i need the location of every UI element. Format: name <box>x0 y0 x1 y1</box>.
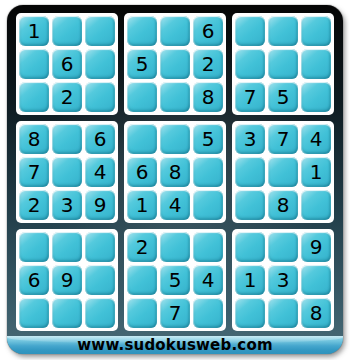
cell-r4c5[interactable] <box>160 124 190 154</box>
cell-r4c4[interactable] <box>127 124 157 154</box>
cell-r3c9[interactable] <box>301 82 331 112</box>
sudoku-box-3-3: 9138 <box>232 229 334 331</box>
cell-r1c1: 1 <box>19 16 49 46</box>
cell-r7c5[interactable] <box>160 232 190 262</box>
cell-r1c3[interactable] <box>85 16 115 46</box>
sudoku-box-1-3: 75 <box>232 13 334 115</box>
cell-r9c7[interactable] <box>235 298 265 328</box>
cell-r5c5: 8 <box>160 157 190 187</box>
cell-r9c6[interactable] <box>193 298 223 328</box>
cell-r8c2: 9 <box>52 265 82 295</box>
cell-r1c2[interactable] <box>52 16 82 46</box>
cell-r8c5: 5 <box>160 265 190 295</box>
cell-r9c8[interactable] <box>268 298 298 328</box>
cell-r6c5: 4 <box>160 190 190 220</box>
cell-r4c8: 7 <box>268 124 298 154</box>
puzzle-frame: 162652875867423956814374186925479138 www… <box>7 5 343 354</box>
cell-r5c6[interactable] <box>193 157 223 187</box>
cell-r9c3[interactable] <box>85 298 115 328</box>
cell-r8c3[interactable] <box>85 265 115 295</box>
cell-r8c8: 3 <box>268 265 298 295</box>
cell-r7c8[interactable] <box>268 232 298 262</box>
cell-r1c8[interactable] <box>268 16 298 46</box>
cell-r3c8: 5 <box>268 82 298 112</box>
cell-r8c6: 4 <box>193 265 223 295</box>
cell-r1c4[interactable] <box>127 16 157 46</box>
cell-r3c6: 8 <box>193 82 223 112</box>
cell-r4c6: 5 <box>193 124 223 154</box>
cell-r2c2: 6 <box>52 49 82 79</box>
sudoku-box-2-2: 56814 <box>124 121 226 223</box>
cell-r3c5[interactable] <box>160 82 190 112</box>
cell-r8c1: 6 <box>19 265 49 295</box>
sudoku-box-3-2: 2547 <box>124 229 226 331</box>
site-url: www.sudokusweb.com <box>77 336 272 354</box>
cell-r5c2[interactable] <box>52 157 82 187</box>
cell-r4c9: 4 <box>301 124 331 154</box>
cell-r1c9[interactable] <box>301 16 331 46</box>
cell-r6c1: 2 <box>19 190 49 220</box>
cell-r6c6[interactable] <box>193 190 223 220</box>
cell-r1c7[interactable] <box>235 16 265 46</box>
cell-r2c7[interactable] <box>235 49 265 79</box>
sudoku-board: 162652875867423956814374186925479138 <box>16 13 334 331</box>
cell-r7c1[interactable] <box>19 232 49 262</box>
cell-r5c4: 6 <box>127 157 157 187</box>
sudoku-box-2-1: 8674239 <box>16 121 118 223</box>
footer-bar: www.sudokusweb.com <box>7 336 343 354</box>
cell-r5c8[interactable] <box>268 157 298 187</box>
sudoku-box-2-3: 37418 <box>232 121 334 223</box>
cell-r2c8[interactable] <box>268 49 298 79</box>
sudoku-box-1-1: 162 <box>16 13 118 115</box>
cell-r8c7: 1 <box>235 265 265 295</box>
cell-r7c2[interactable] <box>52 232 82 262</box>
cell-r3c4[interactable] <box>127 82 157 112</box>
cell-r4c3: 6 <box>85 124 115 154</box>
cell-r2c9[interactable] <box>301 49 331 79</box>
cell-r3c1[interactable] <box>19 82 49 112</box>
cell-r5c7[interactable] <box>235 157 265 187</box>
cell-r3c7: 7 <box>235 82 265 112</box>
cell-r6c9[interactable] <box>301 190 331 220</box>
cell-r7c3[interactable] <box>85 232 115 262</box>
cell-r8c4[interactable] <box>127 265 157 295</box>
sudoku-box-3-1: 69 <box>16 229 118 331</box>
cell-r5c1: 7 <box>19 157 49 187</box>
board-area: 162652875867423956814374186925479138 <box>7 5 343 336</box>
cell-r2c5[interactable] <box>160 49 190 79</box>
cell-r9c4[interactable] <box>127 298 157 328</box>
cell-r7c6[interactable] <box>193 232 223 262</box>
cell-r9c1[interactable] <box>19 298 49 328</box>
cell-r9c2[interactable] <box>52 298 82 328</box>
cell-r6c3: 9 <box>85 190 115 220</box>
cell-r4c7: 3 <box>235 124 265 154</box>
cell-r1c5[interactable] <box>160 16 190 46</box>
cell-r6c8: 8 <box>268 190 298 220</box>
cell-r7c9: 9 <box>301 232 331 262</box>
cell-r6c4: 1 <box>127 190 157 220</box>
cell-r7c4: 2 <box>127 232 157 262</box>
cell-r1c6: 6 <box>193 16 223 46</box>
cell-r6c2: 3 <box>52 190 82 220</box>
cell-r9c5: 7 <box>160 298 190 328</box>
cell-r2c4: 5 <box>127 49 157 79</box>
cell-r7c7[interactable] <box>235 232 265 262</box>
cell-r4c2[interactable] <box>52 124 82 154</box>
cell-r3c3[interactable] <box>85 82 115 112</box>
cell-r5c9: 1 <box>301 157 331 187</box>
cell-r8c9[interactable] <box>301 265 331 295</box>
cell-r2c6: 2 <box>193 49 223 79</box>
cell-r9c9: 8 <box>301 298 331 328</box>
cell-r5c3: 4 <box>85 157 115 187</box>
cell-r3c2: 2 <box>52 82 82 112</box>
cell-r2c1[interactable] <box>19 49 49 79</box>
cell-r4c1: 8 <box>19 124 49 154</box>
cell-r6c7[interactable] <box>235 190 265 220</box>
sudoku-box-1-2: 6528 <box>124 13 226 115</box>
cell-r2c3[interactable] <box>85 49 115 79</box>
